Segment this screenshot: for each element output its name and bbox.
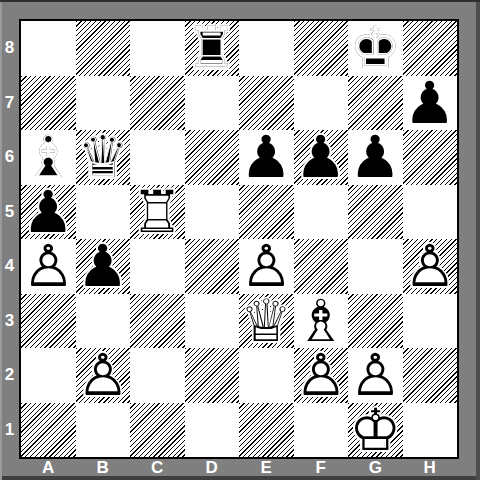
square-g4 <box>348 239 403 294</box>
black-queen-outline-icon: ♕ <box>77 130 129 184</box>
square-c1 <box>130 403 185 458</box>
square-f3: ♝♗ <box>294 294 349 349</box>
square-g8: ♚♔ <box>348 21 403 76</box>
file-label-f: F <box>294 458 349 478</box>
square-a3 <box>21 294 76 349</box>
piece-black-pawn-f6: ♟ <box>294 130 349 185</box>
piece-white-rook-c5: ♜♖ <box>130 185 185 240</box>
piece-white-bishop-f3: ♝♗ <box>294 294 349 349</box>
black-pawn-icon: ♟ <box>404 76 456 130</box>
board-frame: 87654321 ABCDEFGH ♜♖♚♔♟♝♗♛♕♟♟♟♟♜♖♟♙♟♟♙♟♙… <box>0 0 480 480</box>
square-h1 <box>403 403 458 458</box>
square-g5 <box>348 185 403 240</box>
square-d3 <box>185 294 240 349</box>
square-g3 <box>348 294 403 349</box>
square-h5 <box>403 185 458 240</box>
chess-board: ♜♖♚♔♟♝♗♛♕♟♟♟♟♜♖♟♙♟♟♙♟♙♛♕♝♗♟♙♟♙♟♙♚♔ <box>19 19 459 459</box>
square-c7 <box>130 76 185 131</box>
piece-black-bishop-a6: ♝♗ <box>21 130 76 185</box>
piece-white-pawn-h4: ♟♙ <box>403 239 458 294</box>
black-bishop-outline-icon: ♗ <box>22 130 74 184</box>
square-f1 <box>294 403 349 458</box>
square-b4: ♟ <box>76 239 131 294</box>
square-b6: ♛♕ <box>76 130 131 185</box>
white-pawn-outline-icon: ♙ <box>240 239 292 293</box>
square-d6 <box>185 130 240 185</box>
file-label-c: C <box>130 458 185 478</box>
square-f8 <box>294 21 349 76</box>
white-bishop-outline-icon: ♗ <box>295 294 347 348</box>
square-d2 <box>185 348 240 403</box>
square-a2 <box>21 348 76 403</box>
piece-black-pawn-h7: ♟ <box>403 76 458 131</box>
white-pawn-outline-icon: ♙ <box>349 348 401 402</box>
piece-black-pawn-g6: ♟ <box>348 130 403 185</box>
square-e7 <box>239 76 294 131</box>
piece-black-pawn-b4: ♟ <box>76 239 131 294</box>
square-h6 <box>403 130 458 185</box>
rank-label-4: 4 <box>0 239 19 294</box>
piece-white-pawn-e4: ♟♙ <box>239 239 294 294</box>
square-a1 <box>21 403 76 458</box>
piece-black-pawn-a5: ♟ <box>21 185 76 240</box>
square-f5 <box>294 185 349 240</box>
square-b3 <box>76 294 131 349</box>
white-pawn-outline-icon: ♙ <box>22 239 74 293</box>
piece-black-queen-b6: ♛♕ <box>76 130 131 185</box>
square-d1 <box>185 403 240 458</box>
square-g1: ♚♔ <box>348 403 403 458</box>
square-a4: ♟♙ <box>21 239 76 294</box>
square-c4 <box>130 239 185 294</box>
black-pawn-icon: ♟ <box>77 239 129 293</box>
square-d4 <box>185 239 240 294</box>
square-h4: ♟♙ <box>403 239 458 294</box>
square-a7 <box>21 76 76 131</box>
square-h8 <box>403 21 458 76</box>
square-f2: ♟♙ <box>294 348 349 403</box>
square-e4: ♟♙ <box>239 239 294 294</box>
square-d8: ♜♖ <box>185 21 240 76</box>
white-queen-outline-icon: ♕ <box>240 294 292 348</box>
piece-white-pawn-f2: ♟♙ <box>294 348 349 403</box>
square-c5: ♜♖ <box>130 185 185 240</box>
piece-white-pawn-b2: ♟♙ <box>76 348 131 403</box>
square-e1 <box>239 403 294 458</box>
square-f7 <box>294 76 349 131</box>
rank-label-5: 5 <box>0 185 19 240</box>
black-pawn-icon: ♟ <box>22 185 74 239</box>
square-b7 <box>76 76 131 131</box>
rank-label-6: 6 <box>0 130 19 185</box>
rank-label-3: 3 <box>0 294 19 349</box>
file-label-h: H <box>403 458 458 478</box>
piece-black-pawn-e6: ♟ <box>239 130 294 185</box>
square-b5 <box>76 185 131 240</box>
black-pawn-icon: ♟ <box>295 130 347 184</box>
rank-label-1: 1 <box>0 403 19 458</box>
black-rook-outline-icon: ♖ <box>186 21 238 75</box>
black-king-outline-icon: ♔ <box>349 21 401 75</box>
square-h7: ♟ <box>403 76 458 131</box>
black-pawn-icon: ♟ <box>240 130 292 184</box>
square-b8 <box>76 21 131 76</box>
white-king-outline-icon: ♔ <box>349 403 401 457</box>
file-label-e: E <box>239 458 294 478</box>
square-e3: ♛♕ <box>239 294 294 349</box>
piece-black-rook-d8: ♜♖ <box>185 21 240 76</box>
square-e5 <box>239 185 294 240</box>
square-g6: ♟ <box>348 130 403 185</box>
rank-label-7: 7 <box>0 76 19 131</box>
square-f4 <box>294 239 349 294</box>
square-c3 <box>130 294 185 349</box>
white-pawn-outline-icon: ♙ <box>295 348 347 402</box>
rank-label-2: 2 <box>0 348 19 403</box>
piece-white-pawn-g2: ♟♙ <box>348 348 403 403</box>
square-b2: ♟♙ <box>76 348 131 403</box>
square-a6: ♝♗ <box>21 130 76 185</box>
square-g2: ♟♙ <box>348 348 403 403</box>
square-e6: ♟ <box>239 130 294 185</box>
file-label-d: D <box>185 458 240 478</box>
square-d5 <box>185 185 240 240</box>
piece-black-king-g8: ♚♔ <box>348 21 403 76</box>
file-label-b: B <box>76 458 131 478</box>
square-f6: ♟ <box>294 130 349 185</box>
piece-white-queen-e3: ♛♕ <box>239 294 294 349</box>
square-g7 <box>348 76 403 131</box>
square-b1 <box>76 403 131 458</box>
square-c2 <box>130 348 185 403</box>
square-a5: ♟ <box>21 185 76 240</box>
square-e8 <box>239 21 294 76</box>
piece-white-pawn-a4: ♟♙ <box>21 239 76 294</box>
square-d7 <box>185 76 240 131</box>
piece-white-king-g1: ♚♔ <box>348 403 403 458</box>
rank-label-8: 8 <box>0 21 19 76</box>
file-label-a: A <box>21 458 76 478</box>
black-pawn-icon: ♟ <box>349 130 401 184</box>
square-a8 <box>21 21 76 76</box>
square-h3 <box>403 294 458 349</box>
square-c6 <box>130 130 185 185</box>
square-e2 <box>239 348 294 403</box>
white-pawn-outline-icon: ♙ <box>404 239 456 293</box>
square-c8 <box>130 21 185 76</box>
square-h2 <box>403 348 458 403</box>
white-pawn-outline-icon: ♙ <box>77 348 129 402</box>
white-rook-outline-icon: ♖ <box>131 185 183 239</box>
